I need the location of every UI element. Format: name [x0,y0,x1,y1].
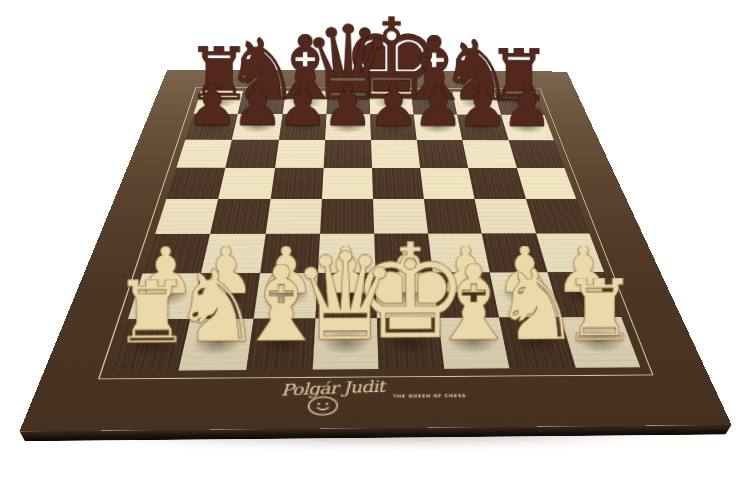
tagline-text: THE QUEEN OF CHESS [393,394,438,399]
square-c5[interactable] [270,168,323,199]
chess-board: ♜♞♝♛♚♝♞♜♟♟♟♟♟♟♟♟♟♟♟♟♟♟♟♟♜♞♝♛♚♝♞♜ Polgár … [20,70,732,432]
square-c1[interactable]: ♝ [246,318,315,370]
signature-script-text: Polgár Judit [280,377,385,399]
piece-black-pawn[interactable]: ♟ [457,83,508,128]
square-c7[interactable]: ♟ [279,114,327,140]
piece-black-pawn[interactable]: ♟ [412,83,463,128]
square-e5[interactable] [372,168,424,199]
chess-board-field: ♜♞♝♛♚♝♞♜♟♟♟♟♟♟♟♟♟♟♟♟♟♟♟♟♜♞♝♛♚♝♞♜ [112,91,640,371]
piece-black-pawn[interactable]: ♟ [232,82,284,127]
square-d6[interactable] [323,140,372,168]
square-b4[interactable] [210,199,270,234]
square-h5[interactable] [516,168,576,199]
chess-board-photo: ♜♞♝♛♚♝♞♜♟♟♟♟♟♟♟♟♟♟♟♟♟♟♟♟♜♞♝♛♚♝♞♜ Polgár … [0,0,750,479]
piece-white-rook[interactable]: ♜ [113,279,191,346]
square-b7[interactable]: ♟ [232,114,282,140]
signature-script-block: Polgár Judit [278,379,385,417]
smiley-icon [305,396,338,416]
piece-black-pawn[interactable]: ♟ [322,83,374,128]
square-e7[interactable]: ♟ [370,115,417,140]
piece-black-pawn[interactable]: ♟ [367,83,418,128]
piece-white-bishop[interactable]: ♝ [427,263,520,345]
square-f6[interactable] [417,140,469,168]
square-h6[interactable] [508,140,564,168]
square-a7[interactable]: ♟ [186,114,238,140]
square-f7[interactable]: ♟ [414,115,463,140]
square-d7[interactable]: ♟ [325,114,371,139]
piece-black-pawn[interactable]: ♟ [502,84,553,129]
piece-black-pawn[interactable]: ♟ [186,82,238,127]
square-g4[interactable] [475,199,536,234]
square-h4[interactable] [526,199,590,234]
square-b5[interactable] [218,168,274,199]
piece-white-bishop[interactable]: ♝ [234,263,328,345]
square-f1[interactable]: ♝ [438,317,510,368]
square-a1[interactable]: ♜ [112,319,191,371]
square-h7[interactable]: ♟ [501,115,554,140]
square-h1[interactable]: ♜ [560,317,640,368]
polgar-signature: Polgár Judit THE QUEEN OF CHESS [20,367,731,430]
square-e6[interactable] [371,140,420,168]
square-d5[interactable] [322,168,373,199]
square-g6[interactable] [463,140,517,168]
piece-white-rook[interactable]: ♜ [562,277,637,343]
square-c6[interactable] [275,140,325,168]
square-a5[interactable] [167,168,226,199]
square-a4[interactable] [155,199,218,234]
square-a6[interactable] [177,139,233,167]
square-b6[interactable] [226,139,279,167]
square-f5[interactable] [420,168,475,199]
